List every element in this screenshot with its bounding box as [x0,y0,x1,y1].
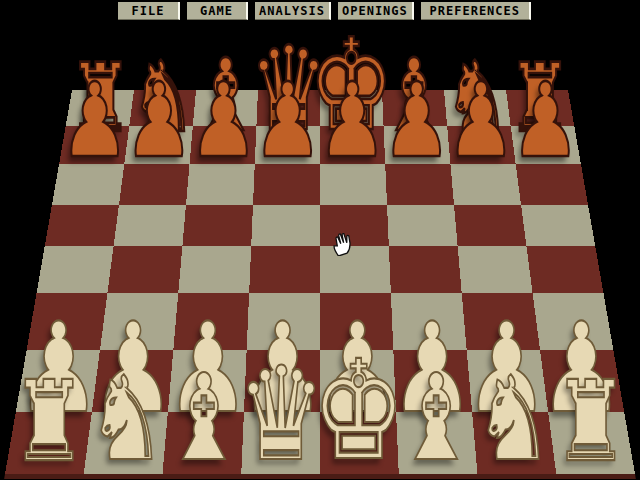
menu-bar: FILEGAMEANALYSISOPENINGSPREFERENCES [118,2,531,20]
piece-black-pawn-c7[interactable]: ♟ [188,69,258,172]
piece-black-pawn-e7[interactable]: ♟ [317,69,387,172]
square-h4[interactable] [526,246,603,293]
chess-app-screen: FILEGAMEANALYSISOPENINGSPREFERENCES ♜♞♝♛… [0,0,640,480]
piece-white-rook-h1[interactable]: ♜ [553,366,628,477]
menu-item-game[interactable]: GAME [187,2,248,20]
square-c4[interactable] [178,246,251,293]
square-b4[interactable] [107,246,182,293]
piece-white-king-e1[interactable]: ♚ [312,342,405,479]
piece-white-knight-b1[interactable]: ♞ [87,361,166,477]
square-b5[interactable] [114,205,186,246]
piece-white-bishop-c1[interactable]: ♝ [164,359,245,478]
square-d4[interactable] [249,246,320,293]
piece-black-pawn-d7[interactable]: ♟ [253,69,323,172]
menu-item-analysis[interactable]: ANALYSIS [255,2,331,20]
piece-black-pawn-h7[interactable]: ♟ [510,69,580,172]
menu-item-file[interactable]: FILE [118,2,180,20]
piece-black-pawn-f7[interactable]: ♟ [382,69,452,172]
menu-item-preferences[interactable]: PREFERENCES [421,2,531,20]
square-f5[interactable] [387,205,458,246]
menu-item-openings[interactable]: OPENINGS [338,2,414,20]
piece-white-knight-g1[interactable]: ♞ [474,361,553,477]
square-c5[interactable] [182,205,253,246]
square-h5[interactable] [521,205,595,246]
piece-white-rook-a1[interactable]: ♜ [11,366,86,477]
piece-black-pawn-b7[interactable]: ♟ [124,69,194,172]
piece-black-pawn-a7[interactable]: ♟ [60,69,130,172]
square-a4[interactable] [37,246,114,293]
piece-black-pawn-g7[interactable]: ♟ [446,69,516,172]
square-d5[interactable] [251,205,320,246]
square-g4[interactable] [458,246,533,293]
square-f4[interactable] [389,246,462,293]
piece-white-bishop-f1[interactable]: ♝ [396,359,477,478]
square-g5[interactable] [454,205,526,246]
hand-cursor [330,232,356,256]
square-a5[interactable] [45,205,119,246]
chess-board[interactable]: ♜♞♝♛♚♝♞♜♟♟♟♟♟♟♟♟♟♟♟♟♟♟♟♟♜♞♝♛♚♝♞♜ [0,0,640,480]
